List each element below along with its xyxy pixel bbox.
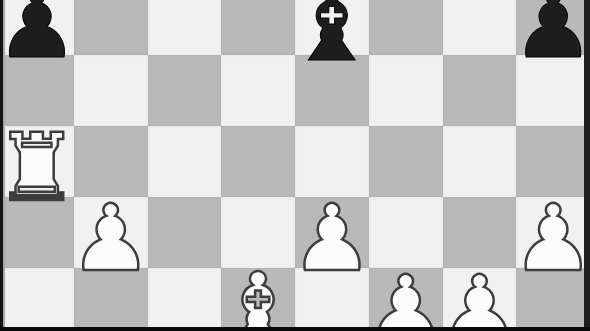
piece-black-pawn-a6[interactable]: ♟ xyxy=(0,0,78,72)
square-b5[interactable] xyxy=(74,55,148,126)
piece-white-pawn-b3[interactable]: ♟ xyxy=(69,193,151,285)
square-c4[interactable] xyxy=(148,126,222,197)
piece-white-rook-a4[interactable]: ♜ xyxy=(0,121,79,215)
board-right-border xyxy=(584,0,590,331)
piece-white-bishop-d2[interactable]: ♝ xyxy=(213,260,303,331)
square-f4[interactable] xyxy=(369,126,443,197)
square-f6[interactable] xyxy=(369,0,443,55)
piece-white-pawn-h3[interactable]: ♟ xyxy=(512,193,590,285)
square-f5[interactable] xyxy=(369,55,443,126)
piece-white-pawn-e3[interactable]: ♟ xyxy=(291,193,373,285)
piece-white-pawn-g2[interactable]: ♟ xyxy=(438,264,520,331)
square-a2[interactable] xyxy=(0,268,74,331)
square-c3[interactable] xyxy=(148,197,222,268)
square-g6[interactable] xyxy=(443,0,517,55)
square-c5[interactable] xyxy=(148,55,222,126)
square-d5[interactable] xyxy=(221,55,295,126)
square-d6[interactable] xyxy=(221,0,295,55)
square-g4[interactable] xyxy=(443,126,517,197)
letterbox-bar xyxy=(0,327,590,331)
board-left-border-highlight xyxy=(3,0,5,331)
square-g5[interactable] xyxy=(443,55,517,126)
square-c6[interactable] xyxy=(148,0,222,55)
square-c2[interactable] xyxy=(148,268,222,331)
piece-black-bishop-e6[interactable]: ♝ xyxy=(287,0,377,76)
square-b6[interactable] xyxy=(74,0,148,55)
square-d4[interactable] xyxy=(221,126,295,197)
piece-black-pawn-h6[interactable]: ♟ xyxy=(512,0,590,72)
chess-board: ♟♝♟♜♟♟♟♝♟♟ xyxy=(0,0,590,331)
piece-white-pawn-f2[interactable]: ♟ xyxy=(364,264,446,331)
